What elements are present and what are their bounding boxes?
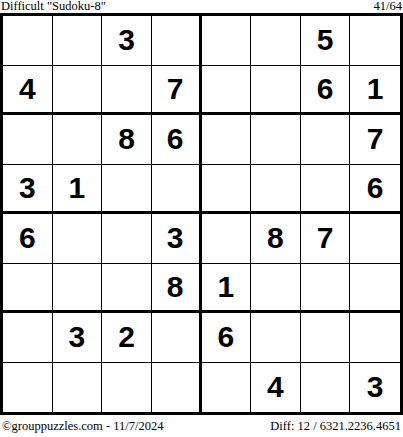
cell-r5c7[interactable]: 7 bbox=[301, 214, 351, 264]
cell-r8c4[interactable] bbox=[152, 363, 202, 413]
cell-r3c4[interactable]: 6 bbox=[152, 115, 202, 165]
cell-r2c3[interactable] bbox=[102, 66, 152, 116]
sudoku-grid: 35476186731663878132643 bbox=[0, 13, 403, 415]
cell-r1c8[interactable] bbox=[350, 16, 400, 66]
cell-r4c7[interactable] bbox=[301, 165, 351, 215]
cell-r3c8[interactable]: 7 bbox=[350, 115, 400, 165]
cell-r6c4[interactable]: 8 bbox=[152, 264, 202, 314]
cell-r3c1[interactable] bbox=[3, 115, 53, 165]
cell-r7c4[interactable] bbox=[152, 313, 202, 363]
cell-r7c7[interactable] bbox=[301, 313, 351, 363]
copyright-text: ©grouppuzzles.com - 11/7/2024 bbox=[2, 419, 163, 434]
cell-r2c2[interactable] bbox=[53, 66, 103, 116]
difficulty-rating: Diff: 12 / 6321.2236.4651 bbox=[270, 419, 401, 434]
page-footer: ©grouppuzzles.com - 11/7/2024 Diff: 12 /… bbox=[0, 415, 403, 437]
cell-r8c5[interactable] bbox=[202, 363, 252, 413]
cell-r5c6[interactable]: 8 bbox=[251, 214, 301, 264]
cell-r3c7[interactable] bbox=[301, 115, 351, 165]
cell-r2c8[interactable]: 1 bbox=[350, 66, 400, 116]
cell-r5c3[interactable] bbox=[102, 214, 152, 264]
cell-r6c2[interactable] bbox=[53, 264, 103, 314]
cell-r6c7[interactable] bbox=[301, 264, 351, 314]
cell-r3c2[interactable] bbox=[53, 115, 103, 165]
cell-r4c4[interactable] bbox=[152, 165, 202, 215]
cell-r4c5[interactable] bbox=[202, 165, 252, 215]
cell-r4c3[interactable] bbox=[102, 165, 152, 215]
cell-r6c6[interactable] bbox=[251, 264, 301, 314]
cell-r7c8[interactable] bbox=[350, 313, 400, 363]
cell-r5c5[interactable] bbox=[202, 214, 252, 264]
cell-r4c1[interactable]: 3 bbox=[3, 165, 53, 215]
cell-r3c6[interactable] bbox=[251, 115, 301, 165]
cell-r6c3[interactable] bbox=[102, 264, 152, 314]
cell-r1c3[interactable]: 3 bbox=[102, 16, 152, 66]
cell-r7c5[interactable]: 6 bbox=[202, 313, 252, 363]
cell-r6c8[interactable] bbox=[350, 264, 400, 314]
cell-r7c1[interactable] bbox=[3, 313, 53, 363]
cell-r7c2[interactable]: 3 bbox=[53, 313, 103, 363]
cell-r3c3[interactable]: 8 bbox=[102, 115, 152, 165]
cell-r2c4[interactable]: 7 bbox=[152, 66, 202, 116]
cell-r1c5[interactable] bbox=[202, 16, 252, 66]
cell-r2c5[interactable] bbox=[202, 66, 252, 116]
cell-r4c6[interactable] bbox=[251, 165, 301, 215]
cell-r5c4[interactable]: 3 bbox=[152, 214, 202, 264]
cell-r1c6[interactable] bbox=[251, 16, 301, 66]
cell-r6c1[interactable] bbox=[3, 264, 53, 314]
cell-r2c6[interactable] bbox=[251, 66, 301, 116]
cell-r1c7[interactable]: 5 bbox=[301, 16, 351, 66]
cell-r7c3[interactable]: 2 bbox=[102, 313, 152, 363]
page-counter: 41/64 bbox=[374, 0, 402, 13]
cell-r8c6[interactable]: 4 bbox=[251, 363, 301, 413]
cell-r5c2[interactable] bbox=[53, 214, 103, 264]
cell-r4c2[interactable]: 1 bbox=[53, 165, 103, 215]
cell-r1c1[interactable] bbox=[3, 16, 53, 66]
cell-r8c2[interactable] bbox=[53, 363, 103, 413]
cell-r8c7[interactable] bbox=[301, 363, 351, 413]
page-header: Difficult "Sudoku-8" 41/64 bbox=[0, 0, 403, 13]
cell-r5c8[interactable] bbox=[350, 214, 400, 264]
cell-r8c1[interactable] bbox=[3, 363, 53, 413]
cell-r5c1[interactable]: 6 bbox=[3, 214, 53, 264]
cell-r1c2[interactable] bbox=[53, 16, 103, 66]
cell-r4c8[interactable]: 6 bbox=[350, 165, 400, 215]
cell-r2c7[interactable]: 6 bbox=[301, 66, 351, 116]
cell-r2c1[interactable]: 4 bbox=[3, 66, 53, 116]
cell-r6c5[interactable]: 1 bbox=[202, 264, 252, 314]
puzzle-title: Difficult "Sudoku-8" bbox=[1, 0, 106, 13]
cell-r3c5[interactable] bbox=[202, 115, 252, 165]
cell-r1c4[interactable] bbox=[152, 16, 202, 66]
cell-r8c8[interactable]: 3 bbox=[350, 363, 400, 413]
cell-r8c3[interactable] bbox=[102, 363, 152, 413]
cell-r7c6[interactable] bbox=[251, 313, 301, 363]
